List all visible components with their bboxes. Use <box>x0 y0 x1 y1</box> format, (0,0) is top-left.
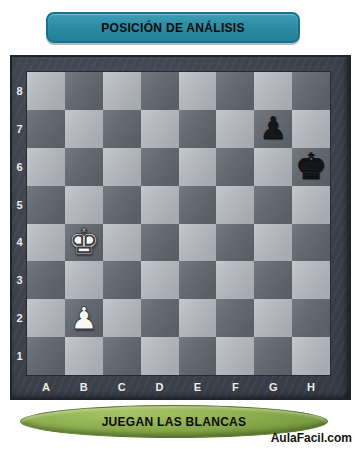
square-b4: ♚ <box>65 224 103 262</box>
board-grid: ♟♚♚♟ <box>27 72 330 375</box>
square-a8 <box>27 72 65 110</box>
square-h3 <box>292 261 330 299</box>
rank-label-3: 3 <box>12 261 27 299</box>
square-g1 <box>254 337 292 375</box>
file-label-b: B <box>65 375 103 399</box>
rank-label-5: 5 <box>12 186 27 224</box>
square-c7 <box>103 110 141 148</box>
square-a5 <box>27 186 65 224</box>
square-f6 <box>216 148 254 186</box>
rank-label-7: 7 <box>12 110 27 148</box>
square-g6 <box>254 148 292 186</box>
file-label-a: A <box>27 375 65 399</box>
square-f3 <box>216 261 254 299</box>
square-e3 <box>179 261 217 299</box>
file-label-h: H <box>292 375 330 399</box>
file-label-c: C <box>103 375 141 399</box>
square-h8 <box>292 72 330 110</box>
white-pawn: ♟ <box>70 303 98 334</box>
square-a6 <box>27 148 65 186</box>
square-f5 <box>216 186 254 224</box>
square-e8 <box>179 72 217 110</box>
rank-label-1: 1 <box>12 337 27 375</box>
square-e7 <box>179 110 217 148</box>
black-pawn: ♟ <box>259 113 287 144</box>
square-c6 <box>103 148 141 186</box>
square-g3 <box>254 261 292 299</box>
square-b3 <box>65 261 103 299</box>
square-b8 <box>65 72 103 110</box>
file-label-g: G <box>254 375 292 399</box>
page: POSICIÓN DE ANÁLISIS 87654321 ♟♚♚♟ ABCDE… <box>0 0 355 449</box>
square-h1 <box>292 337 330 375</box>
square-e2 <box>179 299 217 337</box>
square-e4 <box>179 224 217 262</box>
square-d7 <box>141 110 179 148</box>
square-h5 <box>292 186 330 224</box>
square-d8 <box>141 72 179 110</box>
square-c1 <box>103 337 141 375</box>
chess-board: 87654321 ♟♚♚♟ ABCDEFGH <box>10 55 351 400</box>
square-f1 <box>216 337 254 375</box>
square-g5 <box>254 186 292 224</box>
file-label-f: F <box>216 375 254 399</box>
square-b5 <box>65 186 103 224</box>
square-f2 <box>216 299 254 337</box>
rank-label-2: 2 <box>12 299 27 337</box>
square-a4 <box>27 224 65 262</box>
square-b2: ♟ <box>65 299 103 337</box>
square-b7 <box>65 110 103 148</box>
square-a1 <box>27 337 65 375</box>
square-d3 <box>141 261 179 299</box>
square-c4 <box>103 224 141 262</box>
square-h2 <box>292 299 330 337</box>
square-e1 <box>179 337 217 375</box>
square-c5 <box>103 186 141 224</box>
square-h7 <box>292 110 330 148</box>
square-h6: ♚ <box>292 148 330 186</box>
square-d4 <box>141 224 179 262</box>
file-labels: ABCDEFGH <box>27 375 330 399</box>
white-king: ♚ <box>68 224 100 260</box>
square-d1 <box>141 337 179 375</box>
square-g8 <box>254 72 292 110</box>
square-d6 <box>141 148 179 186</box>
square-d5 <box>141 186 179 224</box>
rank-label-6: 6 <box>12 148 27 186</box>
watermark: AulaFacil.com <box>271 431 352 445</box>
square-c2 <box>103 299 141 337</box>
analysis-banner: POSICIÓN DE ANÁLISIS <box>46 12 300 43</box>
square-a3 <box>27 261 65 299</box>
square-d2 <box>141 299 179 337</box>
file-label-d: D <box>141 375 179 399</box>
square-g2 <box>254 299 292 337</box>
square-e5 <box>179 186 217 224</box>
square-g4 <box>254 224 292 262</box>
square-f4 <box>216 224 254 262</box>
square-h4 <box>292 224 330 262</box>
square-f8 <box>216 72 254 110</box>
file-label-e: E <box>179 375 217 399</box>
rank-label-8: 8 <box>12 72 27 110</box>
square-a7 <box>27 110 65 148</box>
rank-labels: 87654321 <box>12 72 27 375</box>
square-b6 <box>65 148 103 186</box>
square-f7 <box>216 110 254 148</box>
black-king: ♚ <box>295 149 327 185</box>
square-g7: ♟ <box>254 110 292 148</box>
square-c3 <box>103 261 141 299</box>
rank-label-4: 4 <box>12 224 27 262</box>
square-b1 <box>65 337 103 375</box>
square-c8 <box>103 72 141 110</box>
square-e6 <box>179 148 217 186</box>
square-a2 <box>27 299 65 337</box>
